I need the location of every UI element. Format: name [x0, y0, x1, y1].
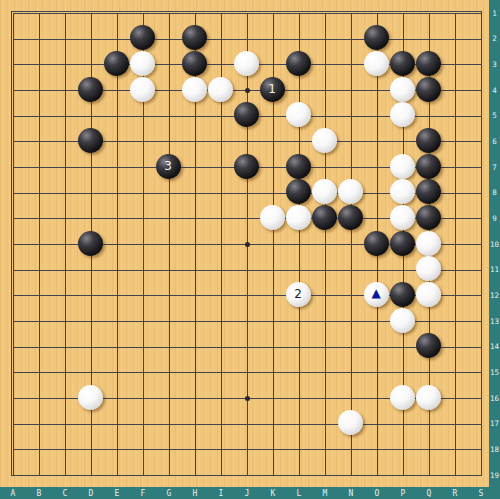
row-label: 14 [489, 342, 500, 351]
stone-black[interactable] [130, 25, 155, 50]
stone-black[interactable] [338, 205, 363, 230]
col-label: B [32, 488, 46, 499]
stone-black[interactable] [416, 205, 441, 230]
stone-black[interactable] [416, 154, 441, 179]
stone-white[interactable] [286, 102, 311, 127]
go-board[interactable]: 132▲ [0, 0, 500, 499]
go-board-screen: 132▲ 12345678910111213141516171819ABCDEF… [0, 0, 500, 499]
stone-black[interactable] [364, 25, 389, 50]
stone-white[interactable] [234, 51, 259, 76]
star-point [245, 242, 250, 247]
row-label: 16 [489, 394, 500, 403]
grid-line-vertical [455, 13, 456, 476]
col-label: N [344, 488, 358, 499]
stone-black[interactable]: 3 [156, 154, 181, 179]
triangle-mark: ▲ [371, 287, 380, 299]
col-label: H [188, 488, 202, 499]
move-number-label: 3 [164, 160, 172, 172]
grid-line-horizontal [13, 372, 482, 373]
stone-white[interactable] [260, 205, 285, 230]
col-label: M [318, 488, 332, 499]
row-label: 8 [489, 188, 500, 197]
stone-white[interactable] [416, 231, 441, 256]
stone-black[interactable] [286, 154, 311, 179]
col-label: E [110, 488, 124, 499]
stone-black[interactable] [416, 333, 441, 358]
stone-white[interactable] [312, 128, 337, 153]
col-label: L [292, 488, 306, 499]
row-label: 10 [489, 240, 500, 249]
stone-white[interactable] [130, 51, 155, 76]
stone-black[interactable] [416, 179, 441, 204]
row-label: 1 [489, 9, 500, 18]
grid-line-vertical [325, 13, 326, 476]
row-label: 18 [489, 445, 500, 454]
row-label: 9 [489, 214, 500, 223]
grid-line-horizontal [13, 347, 482, 348]
stone-white[interactable] [338, 179, 363, 204]
stone-black[interactable] [104, 51, 129, 76]
grid-line-vertical [481, 13, 482, 476]
stone-black[interactable] [416, 51, 441, 76]
stone-white[interactable] [390, 205, 415, 230]
stone-black[interactable] [390, 231, 415, 256]
stone-white[interactable] [78, 385, 103, 410]
stone-white[interactable] [312, 179, 337, 204]
stone-white[interactable] [416, 282, 441, 307]
star-point [245, 396, 250, 401]
stone-white[interactable]: 2 [286, 282, 311, 307]
col-label: K [266, 488, 280, 499]
stone-black[interactable] [390, 51, 415, 76]
col-label: F [136, 488, 150, 499]
stone-black[interactable] [416, 128, 441, 153]
stone-black[interactable] [182, 25, 207, 50]
stone-white[interactable] [130, 77, 155, 102]
stone-black[interactable] [182, 51, 207, 76]
stone-black[interactable] [78, 77, 103, 102]
stone-white[interactable] [390, 308, 415, 333]
stone-black[interactable] [234, 154, 259, 179]
col-label: O [370, 488, 384, 499]
grid-line-horizontal [13, 270, 482, 271]
grid-line-vertical [351, 13, 352, 476]
col-label: P [396, 488, 410, 499]
stone-black[interactable] [416, 77, 441, 102]
stone-black[interactable] [364, 231, 389, 256]
move-number-label: 1 [268, 83, 276, 95]
stone-white[interactable] [390, 154, 415, 179]
stone-white[interactable] [390, 102, 415, 127]
stone-white[interactable] [416, 385, 441, 410]
stone-white[interactable] [390, 77, 415, 102]
stone-white[interactable] [364, 51, 389, 76]
stone-black[interactable] [286, 179, 311, 204]
star-point [245, 88, 250, 93]
col-label: I [214, 488, 228, 499]
stone-white[interactable] [286, 205, 311, 230]
grid-line-horizontal [13, 449, 482, 450]
col-label: S [474, 488, 488, 499]
move-number-label: 2 [294, 288, 302, 300]
stone-black[interactable]: 1 [260, 77, 285, 102]
stone-white[interactable] [208, 77, 233, 102]
row-label: 11 [489, 265, 500, 274]
stone-white[interactable] [390, 385, 415, 410]
stone-white[interactable] [182, 77, 207, 102]
row-label: 6 [489, 137, 500, 146]
row-label: 3 [489, 60, 500, 69]
stone-black[interactable] [234, 102, 259, 127]
row-label: 7 [489, 163, 500, 172]
row-label: 4 [489, 86, 500, 95]
stone-black[interactable] [286, 51, 311, 76]
stone-white[interactable] [416, 256, 441, 281]
grid-line-vertical [299, 13, 300, 476]
row-label: 15 [489, 368, 500, 377]
stone-black[interactable] [78, 231, 103, 256]
row-label: 13 [489, 317, 500, 326]
stone-white[interactable]: ▲ [364, 282, 389, 307]
row-label: 2 [489, 34, 500, 43]
stone-black[interactable] [390, 282, 415, 307]
row-label: 5 [489, 111, 500, 120]
grid-line-horizontal [13, 475, 482, 476]
col-label: C [58, 488, 72, 499]
stone-black[interactable] [312, 205, 337, 230]
col-label: Q [422, 488, 436, 499]
grid-line-horizontal [13, 424, 482, 425]
stone-black[interactable] [78, 128, 103, 153]
col-label: J [240, 488, 254, 499]
row-label: 17 [489, 419, 500, 428]
stone-white[interactable] [390, 179, 415, 204]
col-label: R [448, 488, 462, 499]
col-label: A [6, 488, 20, 499]
stone-white[interactable] [338, 410, 363, 435]
col-label: D [84, 488, 98, 499]
row-label: 12 [489, 291, 500, 300]
col-label: G [162, 488, 176, 499]
row-label: 19 [489, 471, 500, 480]
